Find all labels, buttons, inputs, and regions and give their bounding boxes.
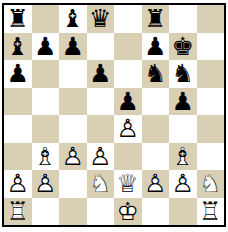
square-f3[interactable] <box>142 143 170 171</box>
square-a6[interactable]: ♟ <box>4 60 32 88</box>
square-b6[interactable] <box>32 60 60 88</box>
piece-glyph: ♙ <box>114 115 142 143</box>
square-a7[interactable]: ♝ <box>4 33 32 61</box>
square-a2[interactable]: ♟♙ <box>4 170 32 198</box>
square-e5[interactable]: ♟ <box>114 88 142 116</box>
square-g4[interactable] <box>169 115 197 143</box>
square-a3[interactable] <box>4 143 32 171</box>
square-c1[interactable] <box>59 198 87 226</box>
square-g1[interactable] <box>169 198 197 226</box>
square-c6[interactable] <box>59 60 87 88</box>
square-h4[interactable] <box>197 115 225 143</box>
square-c7[interactable]: ♟ <box>59 33 87 61</box>
square-d7[interactable] <box>87 33 115 61</box>
square-e4[interactable]: ♟♙ <box>114 115 142 143</box>
square-e6[interactable] <box>114 60 142 88</box>
square-d3[interactable]: ♟♙ <box>87 143 115 171</box>
white-pawn-icon: ♟♙ <box>142 170 170 198</box>
black-king-icon: ♚ <box>169 33 197 61</box>
piece-glyph: ♝ <box>59 5 87 33</box>
piece-glyph: ♟ <box>87 60 115 88</box>
piece-glyph: ♙ <box>32 170 60 198</box>
piece-glyph: ♙ <box>87 143 115 171</box>
black-queen-icon: ♛ <box>87 5 115 33</box>
black-pawn-icon: ♟ <box>142 33 170 61</box>
white-rook-icon: ♜♖ <box>197 198 225 226</box>
square-f8[interactable]: ♜ <box>142 5 170 33</box>
piece-glyph: ♖ <box>197 198 225 226</box>
square-g6[interactable]: ♞ <box>169 60 197 88</box>
square-h6[interactable] <box>197 60 225 88</box>
piece-glyph: ♟ <box>59 33 87 61</box>
square-e1[interactable]: ♚♔ <box>114 198 142 226</box>
piece-glyph: ♜ <box>142 5 170 33</box>
piece-glyph: ♟ <box>169 88 197 116</box>
square-c4[interactable] <box>59 115 87 143</box>
white-pawn-icon: ♟♙ <box>4 170 32 198</box>
square-f2[interactable]: ♟♙ <box>142 170 170 198</box>
piece-glyph: ♔ <box>114 198 142 226</box>
square-a5[interactable] <box>4 88 32 116</box>
square-b8[interactable] <box>32 5 60 33</box>
white-bishop-icon: ♝♗ <box>32 143 60 171</box>
square-f4[interactable] <box>142 115 170 143</box>
white-knight-icon: ♞♘ <box>197 170 225 198</box>
black-pawn-icon: ♟ <box>32 33 60 61</box>
square-g5[interactable]: ♟ <box>169 88 197 116</box>
piece-glyph: ♟ <box>142 33 170 61</box>
piece-glyph: ♙ <box>169 170 197 198</box>
black-pawn-icon: ♟ <box>4 60 32 88</box>
square-d8[interactable]: ♛ <box>87 5 115 33</box>
square-g2[interactable]: ♟♙ <box>169 170 197 198</box>
square-c3[interactable]: ♟♙ <box>59 143 87 171</box>
piece-glyph: ♛ <box>87 5 115 33</box>
square-b2[interactable]: ♟♙ <box>32 170 60 198</box>
black-pawn-icon: ♟ <box>59 33 87 61</box>
piece-glyph: ♘ <box>197 170 225 198</box>
square-b1[interactable] <box>32 198 60 226</box>
piece-glyph: ♟ <box>114 88 142 116</box>
square-c2[interactable] <box>59 170 87 198</box>
square-h8[interactable] <box>197 5 225 33</box>
chess-board: ♜♝♛♜♝♟♟♟♚♟♟♞♞♟♟♟♙♝♗♟♙♟♙♝♗♟♙♟♙♞♘♛♕♟♙♟♙♞♘♜… <box>2 3 226 227</box>
square-e7[interactable] <box>114 33 142 61</box>
square-h7[interactable] <box>197 33 225 61</box>
piece-glyph: ♞ <box>142 60 170 88</box>
square-e3[interactable] <box>114 143 142 171</box>
square-b5[interactable] <box>32 88 60 116</box>
square-b7[interactable]: ♟ <box>32 33 60 61</box>
chess-diagram-page: ♜♝♛♜♝♟♟♟♚♟♟♞♞♟♟♟♙♝♗♟♙♟♙♝♗♟♙♟♙♞♘♛♕♟♙♟♙♞♘♜… <box>0 0 228 232</box>
square-b3[interactable]: ♝♗ <box>32 143 60 171</box>
square-e8[interactable] <box>114 5 142 33</box>
piece-glyph: ♘ <box>87 170 115 198</box>
white-knight-icon: ♞♘ <box>87 170 115 198</box>
square-d1[interactable] <box>87 198 115 226</box>
piece-glyph: ♚ <box>169 33 197 61</box>
white-bishop-icon: ♝♗ <box>169 143 197 171</box>
square-h1[interactable]: ♜♖ <box>197 198 225 226</box>
white-rook-icon: ♜♖ <box>4 198 32 226</box>
square-f7[interactable]: ♟ <box>142 33 170 61</box>
white-queen-icon: ♛♕ <box>114 170 142 198</box>
piece-glyph: ♜ <box>4 5 32 33</box>
square-c5[interactable] <box>59 88 87 116</box>
white-pawn-icon: ♟♙ <box>87 143 115 171</box>
black-rook-icon: ♜ <box>4 5 32 33</box>
piece-glyph: ♞ <box>169 60 197 88</box>
piece-glyph: ♙ <box>142 170 170 198</box>
black-pawn-icon: ♟ <box>114 88 142 116</box>
piece-glyph: ♖ <box>4 198 32 226</box>
piece-glyph: ♙ <box>4 170 32 198</box>
square-a8[interactable]: ♜ <box>4 5 32 33</box>
square-c8[interactable]: ♝ <box>59 5 87 33</box>
square-a1[interactable]: ♜♖ <box>4 198 32 226</box>
white-pawn-icon: ♟♙ <box>32 170 60 198</box>
white-pawn-icon: ♟♙ <box>59 143 87 171</box>
piece-glyph: ♗ <box>32 143 60 171</box>
square-f6[interactable]: ♞ <box>142 60 170 88</box>
black-pawn-icon: ♟ <box>87 60 115 88</box>
square-g7[interactable]: ♚ <box>169 33 197 61</box>
square-f1[interactable] <box>142 198 170 226</box>
square-d6[interactable]: ♟ <box>87 60 115 88</box>
square-h5[interactable] <box>197 88 225 116</box>
black-knight-icon: ♞ <box>169 60 197 88</box>
square-e2[interactable]: ♛♕ <box>114 170 142 198</box>
black-bishop-icon: ♝ <box>4 33 32 61</box>
piece-glyph: ♙ <box>59 143 87 171</box>
square-d5[interactable] <box>87 88 115 116</box>
piece-glyph: ♟ <box>4 60 32 88</box>
square-b4[interactable] <box>32 115 60 143</box>
black-knight-icon: ♞ <box>142 60 170 88</box>
square-d4[interactable] <box>87 115 115 143</box>
white-pawn-icon: ♟♙ <box>114 115 142 143</box>
piece-glyph: ♗ <box>169 143 197 171</box>
square-a4[interactable] <box>4 115 32 143</box>
square-h2[interactable]: ♞♘ <box>197 170 225 198</box>
black-pawn-icon: ♟ <box>169 88 197 116</box>
black-rook-icon: ♜ <box>142 5 170 33</box>
piece-glyph: ♝ <box>4 33 32 61</box>
piece-glyph: ♕ <box>114 170 142 198</box>
square-h3[interactable] <box>197 143 225 171</box>
white-king-icon: ♚♔ <box>114 198 142 226</box>
black-bishop-icon: ♝ <box>59 5 87 33</box>
square-g8[interactable] <box>169 5 197 33</box>
square-g3[interactable]: ♝♗ <box>169 143 197 171</box>
white-pawn-icon: ♟♙ <box>169 170 197 198</box>
square-f5[interactable] <box>142 88 170 116</box>
square-d2[interactable]: ♞♘ <box>87 170 115 198</box>
piece-glyph: ♟ <box>32 33 60 61</box>
